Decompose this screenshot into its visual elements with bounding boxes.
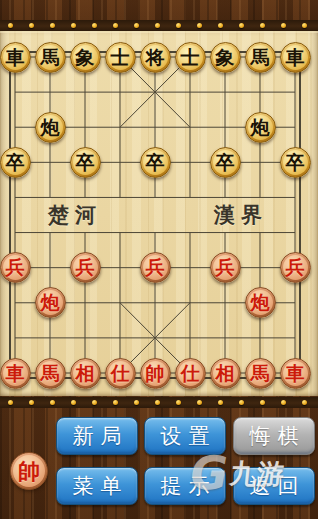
piece-black-soldier[interactable]: 卒 xyxy=(70,147,101,178)
piece-face: 士 xyxy=(108,45,133,70)
gold-stud xyxy=(155,23,160,28)
piece-red-chariot[interactable]: 車 xyxy=(0,358,31,389)
gold-stud xyxy=(92,400,97,405)
piece-red-soldier[interactable]: 兵 xyxy=(280,252,311,283)
gold-stud xyxy=(29,400,34,405)
piece-character: 卒 xyxy=(286,153,305,172)
piece-character: 象 xyxy=(216,48,235,67)
piece-character: 炮 xyxy=(41,118,60,137)
piece-black-advisor[interactable]: 士 xyxy=(105,42,136,73)
piece-face: 炮 xyxy=(248,290,273,315)
gold-stud xyxy=(218,400,223,405)
piece-black-soldier[interactable]: 卒 xyxy=(0,147,31,178)
top-wood-frame xyxy=(0,0,318,31)
bottom-panel: 帥 新局 设置 悔棋 菜单 提示 返回 G 九游 xyxy=(0,396,318,519)
piece-black-soldier[interactable]: 卒 xyxy=(280,147,311,178)
hint-button[interactable]: 提示 xyxy=(144,467,226,505)
piece-face: 仕 xyxy=(178,361,203,386)
piece-character: 将 xyxy=(146,48,165,67)
piece-face: 相 xyxy=(73,361,98,386)
piece-red-chariot[interactable]: 車 xyxy=(280,358,311,389)
gold-stud xyxy=(197,400,202,405)
piece-character: 馬 xyxy=(41,48,60,67)
piece-character: 卒 xyxy=(216,153,235,172)
piece-face: 炮 xyxy=(38,290,63,315)
back-button[interactable]: 返回 xyxy=(233,467,315,505)
piece-character: 車 xyxy=(286,364,305,383)
river-label-chu-he: 楚河 xyxy=(48,201,102,229)
piece-face: 卒 xyxy=(73,150,98,175)
piece-face: 車 xyxy=(283,361,308,386)
piece-face: 仕 xyxy=(108,361,133,386)
piece-face: 将 xyxy=(143,45,168,70)
piece-face: 馬 xyxy=(38,45,63,70)
gold-stud xyxy=(29,23,34,28)
piece-face: 兵 xyxy=(73,255,98,280)
piece-character: 車 xyxy=(6,364,25,383)
piece-character: 卒 xyxy=(146,153,165,172)
piece-character: 兵 xyxy=(216,258,235,277)
piece-face: 帥 xyxy=(143,361,168,386)
piece-red-cannon[interactable]: 炮 xyxy=(245,287,276,318)
gold-stud xyxy=(281,400,286,405)
piece-red-horse[interactable]: 馬 xyxy=(245,358,276,389)
gold-stud xyxy=(302,400,307,405)
gold-stud xyxy=(176,23,181,28)
gold-stud xyxy=(302,23,307,28)
gold-stud xyxy=(8,23,13,28)
piece-character: 炮 xyxy=(251,118,270,137)
gold-stud xyxy=(50,400,55,405)
gold-stud xyxy=(218,23,223,28)
piece-character: 馬 xyxy=(251,48,270,67)
piece-character: 車 xyxy=(286,48,305,67)
gold-stud xyxy=(92,23,97,28)
piece-face: 兵 xyxy=(3,255,28,280)
undo-button[interactable]: 悔棋 xyxy=(233,417,315,455)
piece-black-cannon[interactable]: 炮 xyxy=(35,112,66,143)
turn-indicator-face: 帥 xyxy=(13,455,45,487)
gold-stud xyxy=(8,400,13,405)
piece-red-advisor[interactable]: 仕 xyxy=(105,358,136,389)
new-game-button[interactable]: 新局 xyxy=(56,417,138,455)
piece-face: 馬 xyxy=(248,361,273,386)
piece-face: 車 xyxy=(3,361,28,386)
piece-red-soldier[interactable]: 兵 xyxy=(0,252,31,283)
piece-face: 炮 xyxy=(248,115,273,140)
river-label-han-jie: 漢界 xyxy=(214,201,268,229)
piece-character: 士 xyxy=(111,48,130,67)
gold-stud xyxy=(71,400,76,405)
piece-black-horse[interactable]: 馬 xyxy=(35,42,66,73)
piece-black-general[interactable]: 将 xyxy=(140,42,171,73)
piece-character: 卒 xyxy=(76,153,95,172)
piece-character: 兵 xyxy=(76,258,95,277)
stud-strip-top xyxy=(0,20,318,31)
piece-face: 象 xyxy=(73,45,98,70)
piece-face: 炮 xyxy=(38,115,63,140)
piece-red-soldier[interactable]: 兵 xyxy=(70,252,101,283)
gold-stud xyxy=(134,23,139,28)
piece-red-horse[interactable]: 馬 xyxy=(35,358,66,389)
piece-black-soldier[interactable]: 卒 xyxy=(210,147,241,178)
piece-face: 卒 xyxy=(213,150,238,175)
gold-stud xyxy=(50,23,55,28)
piece-red-advisor[interactable]: 仕 xyxy=(175,358,206,389)
piece-red-soldier[interactable]: 兵 xyxy=(210,252,241,283)
piece-character: 象 xyxy=(76,48,95,67)
piece-character: 卒 xyxy=(6,153,25,172)
piece-character: 兵 xyxy=(286,258,305,277)
piece-red-soldier[interactable]: 兵 xyxy=(140,252,171,283)
gold-stud xyxy=(71,23,76,28)
piece-character: 士 xyxy=(181,48,200,67)
piece-face: 相 xyxy=(213,361,238,386)
piece-face: 卒 xyxy=(143,150,168,175)
piece-red-elephant[interactable]: 相 xyxy=(70,358,101,389)
piece-character: 炮 xyxy=(251,293,270,312)
piece-black-horse[interactable]: 馬 xyxy=(245,42,276,73)
piece-character: 仕 xyxy=(111,364,130,383)
gold-stud xyxy=(281,23,286,28)
turn-indicator-char: 帥 xyxy=(18,460,40,482)
piece-character: 兵 xyxy=(146,258,165,277)
piece-face: 車 xyxy=(283,45,308,70)
gold-stud xyxy=(176,400,181,405)
piece-face: 兵 xyxy=(143,255,168,280)
stud-strip-bottom xyxy=(0,397,318,408)
menu-button[interactable]: 菜单 xyxy=(56,467,138,505)
piece-face: 馬 xyxy=(248,45,273,70)
gold-stud xyxy=(113,400,118,405)
piece-red-cannon[interactable]: 炮 xyxy=(35,287,66,318)
piece-red-general[interactable]: 帥 xyxy=(140,358,171,389)
piece-black-elephant[interactable]: 象 xyxy=(70,42,101,73)
turn-indicator-red-general: 帥 xyxy=(10,452,48,490)
piece-face: 士 xyxy=(178,45,203,70)
piece-face: 兵 xyxy=(283,255,308,280)
gold-stud xyxy=(239,23,244,28)
gold-stud xyxy=(197,23,202,28)
piece-black-chariot[interactable]: 車 xyxy=(0,42,31,73)
gold-stud xyxy=(155,400,160,405)
piece-face: 卒 xyxy=(3,150,28,175)
piece-character: 車 xyxy=(6,48,25,67)
piece-character: 馬 xyxy=(41,364,60,383)
piece-character: 相 xyxy=(216,364,235,383)
piece-face: 車 xyxy=(3,45,28,70)
gold-stud xyxy=(260,400,265,405)
gold-stud xyxy=(113,23,118,28)
piece-black-advisor[interactable]: 士 xyxy=(175,42,206,73)
piece-character: 帥 xyxy=(146,364,165,383)
piece-face: 馬 xyxy=(38,361,63,386)
piece-character: 馬 xyxy=(251,364,270,383)
xiangqi-app-screen: 楚河 漢界 車馬象士将士象馬車炮炮卒卒卒卒卒兵兵兵兵兵炮炮車馬相仕帥仕相馬車 帥… xyxy=(0,0,318,519)
piece-black-soldier[interactable]: 卒 xyxy=(140,147,171,178)
gold-stud xyxy=(260,23,265,28)
piece-face: 兵 xyxy=(213,255,238,280)
piece-black-cannon[interactable]: 炮 xyxy=(245,112,276,143)
settings-button[interactable]: 设置 xyxy=(144,417,226,455)
piece-black-chariot[interactable]: 車 xyxy=(280,42,311,73)
piece-character: 相 xyxy=(76,364,95,383)
piece-character: 兵 xyxy=(6,258,25,277)
gold-stud xyxy=(134,400,139,405)
piece-black-elephant[interactable]: 象 xyxy=(210,42,241,73)
xiangqi-board[interactable]: 楚河 漢界 車馬象士将士象馬車炮炮卒卒卒卒卒兵兵兵兵兵炮炮車馬相仕帥仕相馬車 xyxy=(0,31,318,396)
piece-character: 炮 xyxy=(41,293,60,312)
gold-stud xyxy=(239,400,244,405)
piece-red-elephant[interactable]: 相 xyxy=(210,358,241,389)
piece-face: 卒 xyxy=(283,150,308,175)
piece-face: 象 xyxy=(213,45,238,70)
piece-character: 仕 xyxy=(181,364,200,383)
